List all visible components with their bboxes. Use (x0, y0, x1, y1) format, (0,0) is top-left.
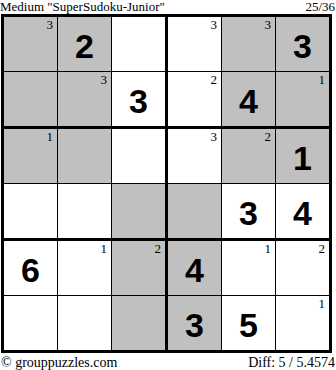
cell-r3c2[interactable] (58, 129, 112, 184)
cell-value: 3 (293, 29, 312, 63)
copyright-text: © grouppuzzles.com (1, 355, 117, 370)
pencil-mark: 1 (319, 72, 326, 87)
cell-r1c3[interactable] (112, 17, 168, 72)
pencil-mark: 1 (265, 241, 272, 256)
cell-r3c3[interactable] (112, 129, 168, 184)
cell-r1c1[interactable]: 3 (4, 17, 58, 72)
cell-r1c6[interactable]: 3 (276, 17, 329, 72)
cell-r2c5[interactable]: 4 (222, 72, 276, 129)
cell-r3c1[interactable]: 1 (4, 129, 58, 184)
cell-r5c6[interactable]: 2 (276, 241, 329, 296)
cell-r1c2[interactable]: 2 (58, 17, 112, 72)
cell-value: 4 (185, 253, 204, 287)
puzzle-page: Medium "SuperSudoku-Junior" 25/36 323333… (0, 0, 336, 370)
pencil-mark: 1 (319, 296, 326, 311)
cell-r6c6[interactable]: 1 (276, 296, 329, 350)
cell-value: 6 (21, 253, 40, 287)
pencil-mark: 3 (265, 17, 272, 32)
cell-r6c3[interactable] (112, 296, 168, 350)
cell-value: 5 (239, 308, 258, 342)
pencil-mark: 2 (211, 72, 218, 87)
cell-r4c2[interactable] (58, 184, 112, 241)
cell-value: 1 (293, 141, 312, 175)
cell-r5c3[interactable]: 2 (112, 241, 168, 296)
cell-value: 3 (129, 84, 148, 118)
cell-r1c5[interactable]: 3 (222, 17, 276, 72)
pencil-mark: 1 (101, 241, 108, 256)
cell-r2c2[interactable]: 3 (58, 72, 112, 129)
cell-r4c6[interactable]: 4 (276, 184, 329, 241)
footer: © grouppuzzles.com Diff: 5 / 5.4574 (0, 353, 336, 370)
cell-r4c3[interactable] (112, 184, 168, 241)
cell-r6c5[interactable]: 5 (222, 296, 276, 350)
cell-r5c4[interactable]: 4 (168, 241, 222, 296)
cell-r5c2[interactable]: 1 (58, 241, 112, 296)
pencil-mark: 3 (211, 17, 218, 32)
sudoku-grid: 3233333241132134612412351 (1, 14, 332, 353)
cell-r3c5[interactable]: 2 (222, 129, 276, 184)
pencil-mark: 2 (265, 129, 272, 144)
cell-r4c1[interactable] (4, 184, 58, 241)
pencil-mark: 2 (319, 241, 326, 256)
remaining-counter: 25/36 (305, 0, 335, 14)
cell-r1c4[interactable]: 3 (168, 17, 222, 72)
cell-r2c4[interactable]: 2 (168, 72, 222, 129)
header: Medium "SuperSudoku-Junior" 25/36 (0, 0, 336, 14)
cell-r6c4[interactable]: 3 (168, 296, 222, 350)
cell-r4c4[interactable] (168, 184, 222, 241)
cell-r2c6[interactable]: 1 (276, 72, 329, 129)
cell-r5c5[interactable]: 1 (222, 241, 276, 296)
cell-r5c1[interactable]: 6 (4, 241, 58, 296)
pencil-mark: 1 (47, 129, 54, 144)
cell-value: 3 (185, 308, 204, 342)
pencil-mark: 3 (211, 129, 218, 144)
cell-r3c4[interactable]: 3 (168, 129, 222, 184)
cell-r4c5[interactable]: 3 (222, 184, 276, 241)
cell-r6c1[interactable] (4, 296, 58, 350)
puzzle-title: Medium "SuperSudoku-Junior" (0, 0, 165, 14)
cell-r6c2[interactable] (58, 296, 112, 350)
cell-r2c1[interactable] (4, 72, 58, 129)
cell-r3c6[interactable]: 1 (276, 129, 329, 184)
cell-value: 4 (239, 84, 258, 118)
pencil-mark: 3 (101, 72, 108, 87)
pencil-mark: 2 (155, 241, 162, 256)
cell-value: 4 (293, 196, 312, 230)
pencil-mark: 3 (47, 17, 54, 32)
cell-value: 2 (75, 29, 94, 63)
cell-r2c3[interactable]: 3 (112, 72, 168, 129)
cell-value: 3 (239, 196, 258, 230)
difficulty-text: Diff: 5 / 5.4574 (248, 355, 335, 370)
